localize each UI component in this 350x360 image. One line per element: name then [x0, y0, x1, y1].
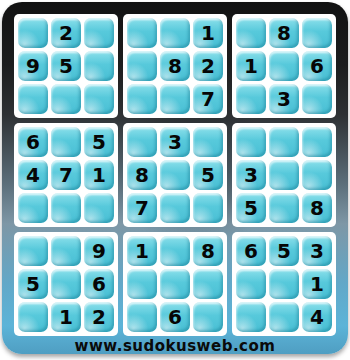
- sudoku-cell-r4c3[interactable]: 5: [84, 127, 114, 157]
- sudoku-cell-r4c8[interactable]: [269, 127, 299, 157]
- sudoku-cell-r7c7[interactable]: 6: [236, 236, 266, 266]
- sudoku-cell-r6c9[interactable]: 8: [302, 193, 332, 223]
- sudoku-box-9: 65314: [232, 232, 336, 336]
- sudoku-cell-r2c7[interactable]: 1: [236, 51, 266, 81]
- sudoku-cell-r4c9[interactable]: [302, 127, 332, 157]
- sudoku-cell-r9c1[interactable]: [18, 302, 48, 332]
- sudoku-cell-r1c1[interactable]: [18, 18, 48, 48]
- sudoku-cell-r6c7[interactable]: 5: [236, 193, 266, 223]
- sudoku-cell-r1c2[interactable]: 2: [51, 18, 81, 48]
- sudoku-cell-r4c6[interactable]: [193, 127, 223, 157]
- sudoku-cell-r2c8[interactable]: [269, 51, 299, 81]
- sudoku-cell-r6c5[interactable]: [160, 193, 190, 223]
- sudoku-box-7: 95612: [14, 232, 118, 336]
- sudoku-cell-r4c4[interactable]: [127, 127, 157, 157]
- sudoku-cell-r3c5[interactable]: [160, 84, 190, 114]
- sudoku-cell-r9c6[interactable]: [193, 302, 223, 332]
- sudoku-cell-r2c2[interactable]: 5: [51, 51, 81, 81]
- sudoku-cell-r4c5[interactable]: 3: [160, 127, 190, 157]
- sudoku-cell-r9c8[interactable]: [269, 302, 299, 332]
- sudoku-cell-r2c1[interactable]: 9: [18, 51, 48, 81]
- sudoku-cell-r5c5[interactable]: [160, 160, 190, 190]
- sudoku-cell-r3c8[interactable]: 3: [269, 84, 299, 114]
- sudoku-cell-r9c2[interactable]: 1: [51, 302, 81, 332]
- sudoku-cell-r7c1[interactable]: [18, 236, 48, 266]
- sudoku-cell-r9c3[interactable]: 2: [84, 302, 114, 332]
- sudoku-box-4: 65471: [14, 123, 118, 227]
- sudoku-cell-r9c5[interactable]: 6: [160, 302, 190, 332]
- sudoku-cell-r8c5[interactable]: [160, 269, 190, 299]
- sudoku-cell-r5c7[interactable]: 3: [236, 160, 266, 190]
- sudoku-box-1: 295: [14, 14, 118, 118]
- sudoku-cell-r8c6[interactable]: [193, 269, 223, 299]
- sudoku-cell-r8c7[interactable]: [236, 269, 266, 299]
- sudoku-cell-r6c1[interactable]: [18, 193, 48, 223]
- sudoku-cell-r4c1[interactable]: 6: [18, 127, 48, 157]
- sudoku-cell-r8c8[interactable]: [269, 269, 299, 299]
- sudoku-cell-r5c6[interactable]: 5: [193, 160, 223, 190]
- sudoku-cell-r6c3[interactable]: [84, 193, 114, 223]
- sudoku-cell-r4c2[interactable]: [51, 127, 81, 157]
- sudoku-cell-r3c3[interactable]: [84, 84, 114, 114]
- sudoku-cell-r4c7[interactable]: [236, 127, 266, 157]
- sudoku-app: 295 1827 8163 65471 3857 358 95612 186 6…: [0, 0, 350, 360]
- sudoku-cell-r5c8[interactable]: [269, 160, 299, 190]
- sudoku-cell-r6c2[interactable]: [51, 193, 81, 223]
- sudoku-cell-r5c4[interactable]: 8: [127, 160, 157, 190]
- sudoku-box-5: 3857: [123, 123, 227, 227]
- sudoku-cell-r9c9[interactable]: 4: [302, 302, 332, 332]
- sudoku-cell-r7c2[interactable]: [51, 236, 81, 266]
- sudoku-cell-r8c9[interactable]: 1: [302, 269, 332, 299]
- sudoku-cell-r2c6[interactable]: 2: [193, 51, 223, 81]
- sudoku-cell-r3c7[interactable]: [236, 84, 266, 114]
- site-label: www.sudokusweb.com: [2, 337, 348, 355]
- sudoku-cell-r7c8[interactable]: 5: [269, 236, 299, 266]
- sudoku-cell-r2c5[interactable]: 8: [160, 51, 190, 81]
- sudoku-cell-r9c7[interactable]: [236, 302, 266, 332]
- sudoku-cell-r7c3[interactable]: 9: [84, 236, 114, 266]
- sudoku-cell-r5c9[interactable]: [302, 160, 332, 190]
- sudoku-cell-r6c4[interactable]: 7: [127, 193, 157, 223]
- sudoku-cell-r3c2[interactable]: [51, 84, 81, 114]
- sudoku-cell-r3c1[interactable]: [18, 84, 48, 114]
- sudoku-cell-r1c4[interactable]: [127, 18, 157, 48]
- sudoku-box-8: 186: [123, 232, 227, 336]
- sudoku-cell-r1c6[interactable]: 1: [193, 18, 223, 48]
- board-frame: 295 1827 8163 65471 3857 358 95612 186 6…: [2, 2, 348, 354]
- sudoku-cell-r5c3[interactable]: 1: [84, 160, 114, 190]
- sudoku-cell-r2c3[interactable]: [84, 51, 114, 81]
- sudoku-cell-r1c3[interactable]: [84, 18, 114, 48]
- sudoku-cell-r5c2[interactable]: 7: [51, 160, 81, 190]
- sudoku-cell-r8c4[interactable]: [127, 269, 157, 299]
- sudoku-cell-r3c9[interactable]: [302, 84, 332, 114]
- sudoku-cell-r2c4[interactable]: [127, 51, 157, 81]
- sudoku-cell-r2c9[interactable]: 6: [302, 51, 332, 81]
- sudoku-cell-r6c8[interactable]: [269, 193, 299, 223]
- sudoku-cell-r7c4[interactable]: 1: [127, 236, 157, 266]
- sudoku-cell-r9c4[interactable]: [127, 302, 157, 332]
- sudoku-cell-r1c9[interactable]: [302, 18, 332, 48]
- sudoku-cell-r3c6[interactable]: 7: [193, 84, 223, 114]
- sudoku-box-6: 358: [232, 123, 336, 227]
- sudoku-cell-r1c8[interactable]: 8: [269, 18, 299, 48]
- sudoku-cell-r1c5[interactable]: [160, 18, 190, 48]
- sudoku-box-3: 8163: [232, 14, 336, 118]
- sudoku-cell-r6c6[interactable]: [193, 193, 223, 223]
- sudoku-cell-r8c2[interactable]: [51, 269, 81, 299]
- sudoku-cell-r5c1[interactable]: 4: [18, 160, 48, 190]
- sudoku-box-2: 1827: [123, 14, 227, 118]
- sudoku-cell-r7c6[interactable]: 8: [193, 236, 223, 266]
- sudoku-cell-r3c4[interactable]: [127, 84, 157, 114]
- sudoku-cell-r8c1[interactable]: 5: [18, 269, 48, 299]
- sudoku-cell-r7c9[interactable]: 3: [302, 236, 332, 266]
- sudoku-board: 295 1827 8163 65471 3857 358 95612 186 6…: [14, 14, 336, 336]
- sudoku-cell-r7c5[interactable]: [160, 236, 190, 266]
- sudoku-cell-r8c3[interactable]: 6: [84, 269, 114, 299]
- sudoku-cell-r1c7[interactable]: [236, 18, 266, 48]
